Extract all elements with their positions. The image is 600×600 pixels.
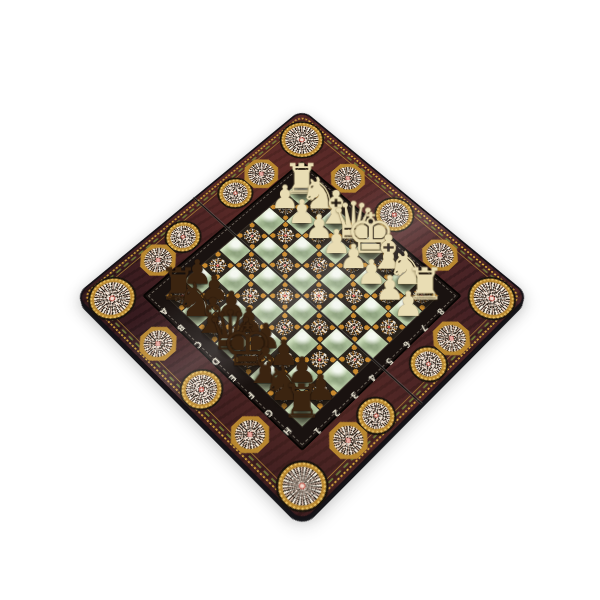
chess-board: ♜♞♝♛♚♝♞♜♟♟♟♟♟♟♟♟♟♟♟♟♟♟♟♟♜♞♝♛♚♝♞♜ ABCDEFG… <box>74 109 529 525</box>
medallion-mosaic-core <box>165 221 201 252</box>
screenshot-root: ♜♞♝♛♚♝♞♜♟♟♟♟♟♟♟♟♟♟♟♟♟♟♟♟♜♞♝♛♚♝♞♜ ABCDEFG… <box>0 0 600 600</box>
medallion-mosaic-core <box>218 178 253 208</box>
